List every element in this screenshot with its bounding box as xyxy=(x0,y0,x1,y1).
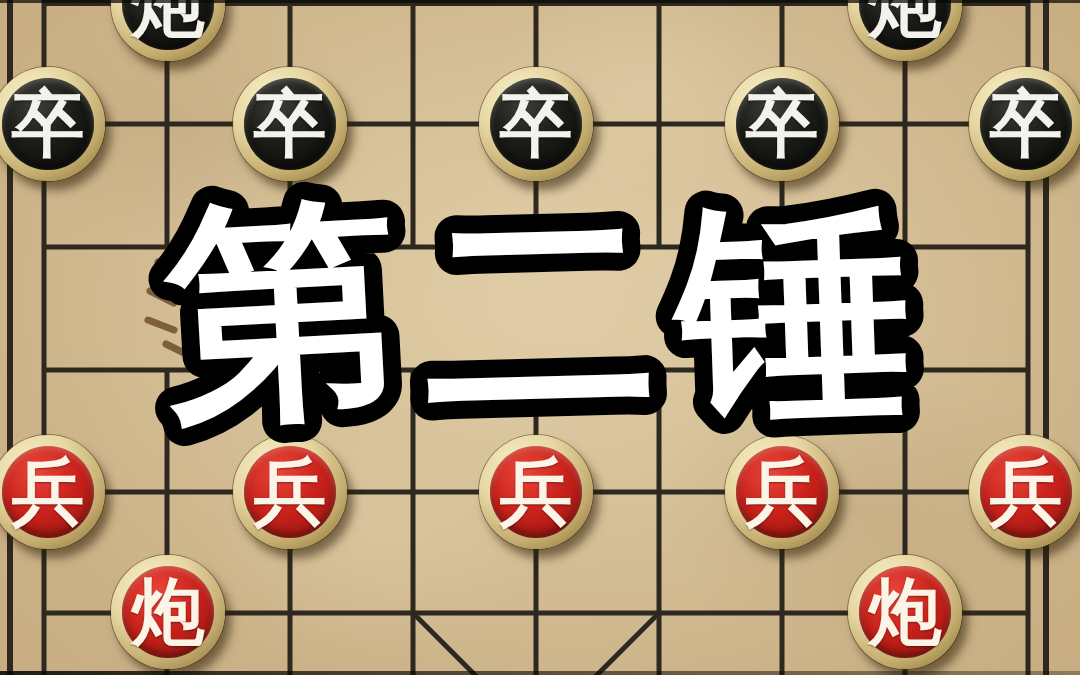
caption-char-2: 二 xyxy=(421,176,660,452)
caption-char-3: 锤 xyxy=(666,173,914,451)
xiangqi-board-screen: 炮炮卒卒卒卒卒兵兵兵兵兵炮炮 第 二 锤 xyxy=(0,0,1080,675)
caption-char-1: 第 xyxy=(157,171,405,453)
overlay-caption: 第 二 锤 xyxy=(0,0,1080,675)
